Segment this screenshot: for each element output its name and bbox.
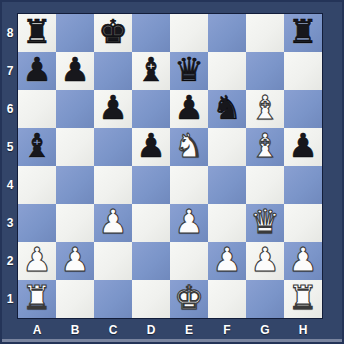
piece-black-rook-a8[interactable]: ♜ (22, 13, 52, 51)
square-b3[interactable] (56, 204, 94, 242)
square-h3[interactable] (284, 204, 322, 242)
square-e5[interactable]: ♞ (170, 128, 208, 166)
square-f7[interactable] (208, 52, 246, 90)
chess-board: ♜♚♜♟♟♝♛♟♟♞♝♝♟♞♝♟♟♟♛♟♟♟♟♟♜♚♜ (18, 14, 322, 318)
piece-black-knight-f6[interactable]: ♞ (212, 89, 242, 127)
chess-board-frame: 87654321 ♜♚♜♟♟♝♛♟♟♞♝♝♟♞♝♟♟♟♛♟♟♟♟♟♜♚♜ ABC… (0, 0, 344, 344)
square-f8[interactable] (208, 14, 246, 52)
square-b7[interactable]: ♟ (56, 52, 94, 90)
piece-black-pawn-h5[interactable]: ♟ (288, 127, 318, 165)
piece-white-rook-h1[interactable]: ♜ (288, 279, 318, 317)
piece-black-queen-e7[interactable]: ♛ (174, 51, 204, 89)
square-g1[interactable] (246, 280, 284, 318)
square-d2[interactable] (132, 242, 170, 280)
rank-label-1: 1 (2, 280, 18, 318)
square-a1[interactable]: ♜ (18, 280, 56, 318)
square-c2[interactable] (94, 242, 132, 280)
piece-white-pawn-b2[interactable]: ♟ (60, 241, 90, 279)
square-d7[interactable]: ♝ (132, 52, 170, 90)
square-c4[interactable] (94, 166, 132, 204)
rank-labels: 87654321 (2, 14, 18, 318)
square-c1[interactable] (94, 280, 132, 318)
file-label-e: E (170, 319, 208, 341)
square-a7[interactable]: ♟ (18, 52, 56, 90)
piece-white-pawn-e3[interactable]: ♟ (174, 203, 204, 241)
piece-white-king-e1[interactable]: ♚ (174, 279, 204, 317)
square-f5[interactable] (208, 128, 246, 166)
piece-white-pawn-a2[interactable]: ♟ (22, 241, 52, 279)
file-label-c: C (94, 319, 132, 341)
square-c5[interactable] (94, 128, 132, 166)
piece-black-pawn-d5[interactable]: ♟ (136, 127, 166, 165)
square-f1[interactable] (208, 280, 246, 318)
square-e2[interactable] (170, 242, 208, 280)
square-d5[interactable]: ♟ (132, 128, 170, 166)
piece-white-pawn-g2[interactable]: ♟ (250, 241, 280, 279)
square-g2[interactable]: ♟ (246, 242, 284, 280)
file-label-g: G (246, 319, 284, 341)
rank-label-3: 3 (2, 204, 18, 242)
square-h2[interactable]: ♟ (284, 242, 322, 280)
piece-black-pawn-c6[interactable]: ♟ (98, 89, 128, 127)
square-c6[interactable]: ♟ (94, 90, 132, 128)
piece-white-bishop-g6[interactable]: ♝ (250, 89, 280, 127)
piece-black-bishop-a5[interactable]: ♝ (22, 127, 52, 165)
square-f6[interactable]: ♞ (208, 90, 246, 128)
square-d4[interactable] (132, 166, 170, 204)
piece-white-bishop-g5[interactable]: ♝ (250, 127, 280, 165)
piece-white-rook-a1[interactable]: ♜ (22, 279, 52, 317)
rank-label-7: 7 (2, 52, 18, 90)
square-d3[interactable] (132, 204, 170, 242)
piece-black-bishop-d7[interactable]: ♝ (136, 51, 166, 89)
file-label-d: D (132, 319, 170, 341)
piece-black-pawn-b7[interactable]: ♟ (60, 51, 90, 89)
square-b6[interactable] (56, 90, 94, 128)
piece-white-knight-e5[interactable]: ♞ (174, 127, 204, 165)
square-d1[interactable] (132, 280, 170, 318)
square-e8[interactable] (170, 14, 208, 52)
square-e1[interactable]: ♚ (170, 280, 208, 318)
file-label-b: B (56, 319, 94, 341)
square-b2[interactable]: ♟ (56, 242, 94, 280)
rank-label-2: 2 (2, 242, 18, 280)
square-g3[interactable]: ♛ (246, 204, 284, 242)
piece-black-pawn-e6[interactable]: ♟ (174, 89, 204, 127)
square-e4[interactable] (170, 166, 208, 204)
square-h8[interactable]: ♜ (284, 14, 322, 52)
piece-black-pawn-a7[interactable]: ♟ (22, 51, 52, 89)
square-a5[interactable]: ♝ (18, 128, 56, 166)
square-a2[interactable]: ♟ (18, 242, 56, 280)
square-d6[interactable] (132, 90, 170, 128)
square-h7[interactable] (284, 52, 322, 90)
rank-label-8: 8 (2, 14, 18, 52)
square-d8[interactable] (132, 14, 170, 52)
square-e3[interactable]: ♟ (170, 204, 208, 242)
square-c8[interactable]: ♚ (94, 14, 132, 52)
square-c7[interactable] (94, 52, 132, 90)
file-labels: ABCDEFGH (18, 319, 322, 341)
square-h4[interactable] (284, 166, 322, 204)
rank-label-5: 5 (2, 128, 18, 166)
square-e6[interactable]: ♟ (170, 90, 208, 128)
square-a3[interactable] (18, 204, 56, 242)
square-g5[interactable]: ♝ (246, 128, 284, 166)
square-g7[interactable] (246, 52, 284, 90)
square-b4[interactable] (56, 166, 94, 204)
square-c3[interactable]: ♟ (94, 204, 132, 242)
piece-black-king-c8[interactable]: ♚ (98, 13, 128, 51)
square-h6[interactable] (284, 90, 322, 128)
square-f2[interactable]: ♟ (208, 242, 246, 280)
piece-white-pawn-h2[interactable]: ♟ (288, 241, 318, 279)
rank-label-4: 4 (2, 166, 18, 204)
piece-white-pawn-f2[interactable]: ♟ (212, 241, 242, 279)
square-b8[interactable] (56, 14, 94, 52)
square-g6[interactable]: ♝ (246, 90, 284, 128)
square-g4[interactable] (246, 166, 284, 204)
square-h1[interactable]: ♜ (284, 280, 322, 318)
square-a4[interactable] (18, 166, 56, 204)
square-g8[interactable] (246, 14, 284, 52)
file-label-f: F (208, 319, 246, 341)
square-b5[interactable] (56, 128, 94, 166)
piece-white-queen-g3[interactable]: ♛ (250, 203, 280, 241)
square-a8[interactable]: ♜ (18, 14, 56, 52)
square-e7[interactable]: ♛ (170, 52, 208, 90)
file-label-h: H (284, 319, 322, 341)
piece-black-rook-h8[interactable]: ♜ (288, 13, 318, 51)
square-h5[interactable]: ♟ (284, 128, 322, 166)
piece-white-pawn-c3[interactable]: ♟ (98, 203, 128, 241)
file-label-a: A (18, 319, 56, 341)
rank-label-6: 6 (2, 90, 18, 128)
square-f3[interactable] (208, 204, 246, 242)
square-a6[interactable] (18, 90, 56, 128)
square-b1[interactable] (56, 280, 94, 318)
square-f4[interactable] (208, 166, 246, 204)
